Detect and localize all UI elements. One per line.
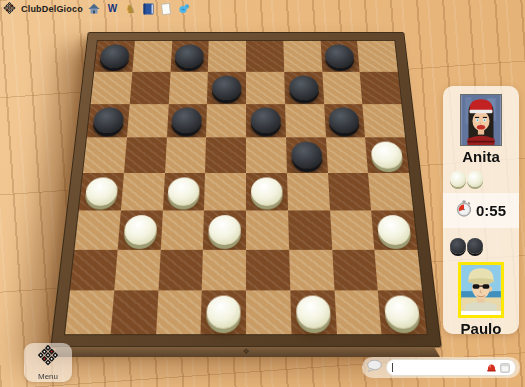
board-square (322, 72, 363, 104)
checker-piece-dark[interactable] (291, 142, 323, 169)
board-square[interactable] (332, 249, 378, 290)
board-square (208, 41, 246, 72)
board-square (75, 210, 121, 249)
window-icon[interactable] (500, 359, 510, 377)
checker-piece-dark[interactable] (92, 108, 124, 134)
board-square[interactable] (290, 291, 336, 335)
board-square (363, 104, 406, 138)
checker-piece-light[interactable] (384, 296, 421, 329)
game-window: ClubDelGioco W ♞ (0, 0, 525, 387)
checker-piece-dark[interactable] (175, 44, 205, 67)
board-square[interactable] (110, 291, 158, 335)
board-square[interactable] (284, 72, 324, 104)
checker-piece-dark[interactable] (289, 75, 319, 100)
board-square (375, 249, 422, 290)
stopwatch-icon (456, 200, 472, 221)
checker-piece-dark[interactable] (251, 108, 281, 134)
board-square[interactable] (129, 72, 170, 104)
checker-piece-light[interactable] (295, 296, 330, 329)
checker-piece-dark[interactable] (171, 108, 202, 134)
board-square[interactable] (162, 173, 205, 210)
board-square[interactable] (170, 41, 209, 72)
checker-piece-light[interactable] (377, 215, 412, 245)
bell-icon[interactable] (486, 359, 497, 377)
captured-light-piece (450, 171, 466, 187)
board-square[interactable] (79, 173, 124, 210)
board-square (65, 291, 114, 335)
chat-input[interactable] (386, 359, 516, 376)
board-square (160, 210, 204, 249)
board-square (287, 173, 330, 210)
board-front-edge: ❖ (52, 347, 440, 357)
board-square (246, 138, 287, 173)
captured-light-piece (467, 171, 483, 187)
player-name-bottom: Paulo (461, 320, 502, 337)
speech-bubble-icon[interactable] (366, 359, 382, 377)
club-logo-icon (3, 2, 16, 15)
board-square (156, 291, 202, 335)
board-square[interactable] (70, 249, 117, 290)
board-square[interactable] (324, 104, 366, 138)
player-avatar-anita (460, 94, 502, 146)
club-logo-icon (37, 345, 59, 371)
player-name-top: Anita (462, 148, 500, 165)
board-square[interactable] (365, 138, 409, 173)
checker-piece-light[interactable] (208, 215, 241, 245)
checker-piece-dark[interactable] (99, 44, 130, 67)
board-square[interactable] (320, 41, 360, 72)
turn-timer: 0:55 (443, 193, 519, 228)
board-square (168, 72, 208, 104)
board-square (114, 249, 160, 290)
board-square (283, 41, 322, 72)
board-square[interactable] (203, 210, 246, 249)
board-square (330, 210, 375, 249)
board-square (204, 173, 246, 210)
checker-piece-dark[interactable] (212, 75, 242, 100)
frame-logo-mark: ❖ (242, 348, 249, 356)
board-square[interactable] (166, 104, 207, 138)
captured-pieces-dark (450, 238, 483, 254)
board-square[interactable] (246, 173, 288, 210)
board-square (83, 138, 127, 173)
checker-piece-light[interactable] (84, 177, 118, 205)
checker-piece-dark[interactable] (329, 108, 361, 134)
checker-piece-dark[interactable] (325, 44, 355, 67)
board-square[interactable] (205, 138, 246, 173)
board-square[interactable] (117, 210, 162, 249)
checker-piece-light[interactable] (251, 177, 283, 205)
board-square[interactable] (158, 249, 203, 290)
menu-label: Menu (38, 372, 58, 381)
chat-bar (362, 357, 520, 378)
board-square (246, 72, 285, 104)
text-caret (392, 363, 393, 372)
checker-piece-light[interactable] (123, 215, 157, 245)
board-square[interactable] (378, 291, 427, 335)
board-square (285, 104, 326, 138)
board-square[interactable] (286, 138, 328, 173)
board-square (289, 249, 334, 290)
captured-dark-piece (450, 238, 466, 254)
board-square[interactable] (124, 138, 167, 173)
board-square[interactable] (207, 72, 246, 104)
checker-piece-light[interactable] (370, 142, 403, 169)
board-square (202, 249, 246, 290)
players-panel: Anita 0:55 (443, 86, 519, 334)
board-square (246, 291, 291, 335)
board-frame (50, 32, 441, 347)
checker-piece-light[interactable] (168, 177, 201, 205)
board-square (165, 138, 207, 173)
board-square (334, 291, 382, 335)
board-square[interactable] (288, 210, 332, 249)
board-square[interactable] (201, 291, 246, 335)
checkers-board (71, 0, 421, 348)
board-square[interactable] (360, 72, 402, 104)
board-square (368, 173, 413, 210)
board-square[interactable] (87, 104, 130, 138)
board-square (91, 72, 133, 104)
captured-pieces-light (450, 171, 483, 187)
board-grid (64, 40, 428, 335)
board-square (132, 41, 172, 72)
timer-value: 0:55 (476, 202, 506, 219)
board-square[interactable] (94, 41, 134, 72)
board-square[interactable] (246, 249, 290, 290)
board-square[interactable] (246, 41, 284, 72)
board-square[interactable] (371, 210, 417, 249)
board-square (326, 138, 369, 173)
board-square (246, 210, 289, 249)
captured-dark-piece (467, 238, 483, 254)
board-square (206, 104, 246, 138)
board-square[interactable] (246, 104, 286, 138)
board-square[interactable] (328, 173, 372, 210)
board-square (357, 41, 397, 72)
player-avatar-paulo (458, 262, 504, 318)
board-square (121, 173, 165, 210)
board-square (127, 104, 169, 138)
checker-piece-light[interactable] (206, 296, 240, 329)
menu-button[interactable]: Menu (24, 343, 72, 382)
